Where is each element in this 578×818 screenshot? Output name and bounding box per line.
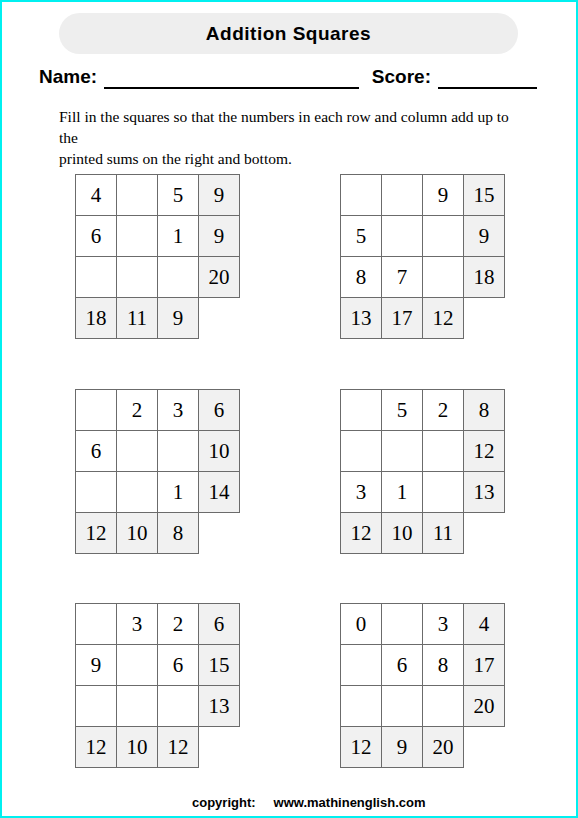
cell-r3c2: 1 <box>382 472 423 513</box>
cell-r2c2[interactable] <box>382 216 423 257</box>
col-sum-3: 8 <box>158 513 199 554</box>
footer: copyright: www.mathinenglish.com <box>192 795 426 810</box>
col-sum-1: 12 <box>76 727 117 768</box>
cell-r2c2[interactable] <box>117 645 158 686</box>
col-sum-2: 10 <box>382 513 423 554</box>
cell-r2c3: 8 <box>423 645 464 686</box>
cell-r3c1: 3 <box>341 472 382 513</box>
row-sum-2: 9 <box>199 216 240 257</box>
name-label: Name: <box>39 65 97 89</box>
cell-r1c1[interactable] <box>76 604 117 645</box>
cell-r2c3[interactable] <box>423 216 464 257</box>
copyright-url: www.mathinenglish.com <box>274 795 426 810</box>
row-sum-3: 20 <box>199 257 240 298</box>
row-sum-1: 8 <box>464 390 505 431</box>
cell-r1c1[interactable] <box>76 390 117 431</box>
col-sum-2: 11 <box>117 298 158 339</box>
worksheet-page: Addition Squares Name: Score: Fill in th… <box>0 0 578 818</box>
cell-r2c1[interactable] <box>341 645 382 686</box>
cell-r2c1: 6 <box>76 216 117 257</box>
col-sum-1: 12 <box>341 513 382 554</box>
col-sum-2: 10 <box>117 727 158 768</box>
row-sum-3: 13 <box>199 686 240 727</box>
col-sum-3: 9 <box>158 298 199 339</box>
addition-square-grid-2: 915598718131712 <box>340 174 505 339</box>
cell-r3c1[interactable] <box>76 686 117 727</box>
cell-r2c1: 6 <box>76 431 117 472</box>
col-sum-2: 10 <box>117 513 158 554</box>
cell-r2c3: 6 <box>158 645 199 686</box>
row-sum-2: 12 <box>464 431 505 472</box>
cell-r1c1: 4 <box>76 175 117 216</box>
addition-square-grid-3: 23661011412108 <box>75 389 240 554</box>
cell-r2c1[interactable] <box>341 431 382 472</box>
cell-r1c2[interactable] <box>382 175 423 216</box>
cell-r3c3[interactable] <box>423 257 464 298</box>
cell-r3c1[interactable] <box>76 257 117 298</box>
corner-void <box>199 298 240 339</box>
cell-r3c3: 1 <box>158 472 199 513</box>
cell-r1c3: 3 <box>423 604 464 645</box>
row-sum-1: 6 <box>199 604 240 645</box>
col-sum-3: 11 <box>423 513 464 554</box>
col-sum-3: 12 <box>423 298 464 339</box>
cell-r3c2[interactable] <box>117 472 158 513</box>
addition-square-grid-1: 4596192018119 <box>75 174 240 339</box>
instructions: Fill in the squares so that the numbers … <box>59 107 529 170</box>
addition-square-grid-4: 528123113121011 <box>340 389 505 554</box>
col-sum-3: 20 <box>423 727 464 768</box>
corner-void <box>464 298 505 339</box>
row-sum-2: 15 <box>199 645 240 686</box>
row-sum-3: 14 <box>199 472 240 513</box>
cell-r3c1[interactable] <box>76 472 117 513</box>
cell-r1c3: 5 <box>158 175 199 216</box>
cell-r2c3[interactable] <box>423 431 464 472</box>
row-sum-3: 18 <box>464 257 505 298</box>
score-label: Score: <box>372 65 431 89</box>
col-sum-2: 9 <box>382 727 423 768</box>
cell-r3c2: 7 <box>382 257 423 298</box>
cell-r1c2: 5 <box>382 390 423 431</box>
cell-r2c2[interactable] <box>117 216 158 257</box>
cell-r1c1[interactable] <box>341 175 382 216</box>
cell-r2c1: 9 <box>76 645 117 686</box>
copyright-label: copyright: <box>192 795 256 810</box>
row-sum-1: 6 <box>199 390 240 431</box>
cell-r2c2[interactable] <box>117 431 158 472</box>
cell-r1c2[interactable] <box>382 604 423 645</box>
cell-r3c3[interactable] <box>158 257 199 298</box>
cell-r3c3[interactable] <box>423 472 464 513</box>
page-title: Addition Squares <box>206 23 371 45</box>
col-sum-2: 17 <box>382 298 423 339</box>
name-score-row: Name: Score: <box>39 63 537 89</box>
instructions-line-1: Fill in the squares so that the numbers … <box>59 107 529 149</box>
col-sum-1: 13 <box>341 298 382 339</box>
addition-square-grid-5: 326961513121012 <box>75 603 240 768</box>
row-sum-1: 4 <box>464 604 505 645</box>
score-blank-field[interactable] <box>438 65 537 89</box>
cell-r1c3: 3 <box>158 390 199 431</box>
row-sum-2: 9 <box>464 216 505 257</box>
cell-r1c3: 2 <box>158 604 199 645</box>
col-sum-1: 18 <box>76 298 117 339</box>
cell-r1c3: 9 <box>423 175 464 216</box>
corner-void <box>464 513 505 554</box>
cell-r1c1: 0 <box>341 604 382 645</box>
title-banner: Addition Squares <box>59 13 518 54</box>
row-sum-3: 13 <box>464 472 505 513</box>
row-sum-1: 9 <box>199 175 240 216</box>
addition-square-grid-6: 03468172012920 <box>340 603 505 768</box>
cell-r3c3[interactable] <box>158 686 199 727</box>
cell-r1c1[interactable] <box>341 390 382 431</box>
col-sum-1: 12 <box>341 727 382 768</box>
cell-r3c1[interactable] <box>341 686 382 727</box>
row-sum-2: 10 <box>199 431 240 472</box>
cell-r2c2[interactable] <box>382 431 423 472</box>
cell-r3c2[interactable] <box>382 686 423 727</box>
row-sum-1: 15 <box>464 175 505 216</box>
cell-r2c1: 5 <box>341 216 382 257</box>
cell-r2c3: 1 <box>158 216 199 257</box>
cell-r1c2: 2 <box>117 390 158 431</box>
cell-r1c3: 2 <box>423 390 464 431</box>
cell-r3c2[interactable] <box>117 686 158 727</box>
cell-r3c1: 8 <box>341 257 382 298</box>
cell-r2c3[interactable] <box>158 431 199 472</box>
cell-r2c2: 6 <box>382 645 423 686</box>
col-sum-1: 12 <box>76 513 117 554</box>
cell-r3c2[interactable] <box>117 257 158 298</box>
cell-r1c2: 3 <box>117 604 158 645</box>
corner-void <box>199 513 240 554</box>
col-sum-3: 12 <box>158 727 199 768</box>
corner-void <box>199 727 240 768</box>
name-blank-field[interactable] <box>104 65 359 89</box>
row-sum-3: 20 <box>464 686 505 727</box>
instructions-line-2: printed sums on the right and bottom. <box>59 149 529 170</box>
cell-r3c3[interactable] <box>423 686 464 727</box>
cell-r1c2[interactable] <box>117 175 158 216</box>
row-sum-2: 17 <box>464 645 505 686</box>
corner-void <box>464 727 505 768</box>
